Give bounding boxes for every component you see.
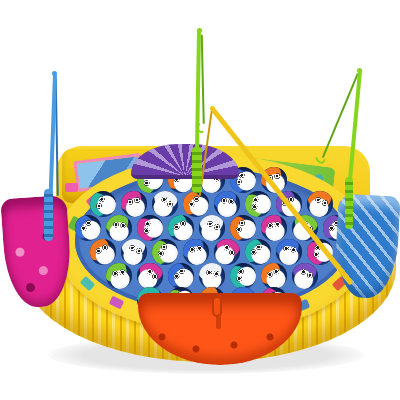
fish-piece[interactable] — [106, 263, 132, 289]
fish-hole[interactable] — [261, 215, 287, 241]
fish-hole[interactable] — [168, 263, 194, 289]
fish-hole[interactable] — [75, 215, 101, 241]
fish-piece[interactable] — [214, 239, 240, 265]
fish-hole[interactable] — [168, 215, 194, 241]
fish-piece[interactable] — [168, 263, 194, 289]
fish-hole[interactable] — [106, 263, 132, 289]
fish-hole[interactable] — [183, 191, 209, 217]
fish-piece[interactable] — [75, 215, 101, 241]
fish-piece[interactable] — [230, 263, 256, 289]
fish-piece[interactable] — [199, 215, 225, 241]
fish-piece[interactable] — [183, 191, 209, 217]
fish-hole[interactable] — [106, 215, 132, 241]
fish-hole[interactable] — [90, 239, 116, 265]
fish-piece[interactable] — [261, 263, 287, 289]
fish-piece[interactable] — [121, 239, 147, 265]
fish-hole[interactable] — [137, 215, 163, 241]
fish-hole[interactable] — [261, 263, 287, 289]
fishing-game-photo — [0, 0, 400, 400]
power-switch-pink[interactable] — [65, 183, 78, 192]
fish-hole[interactable] — [199, 215, 225, 241]
fish-piece[interactable] — [121, 191, 147, 217]
fish-piece[interactable] — [276, 239, 302, 265]
fish-hole[interactable] — [121, 191, 147, 217]
fish-hole[interactable] — [245, 239, 271, 265]
fish-piece[interactable] — [152, 191, 178, 217]
fish-hole[interactable] — [137, 263, 163, 289]
blue-rod-tip — [52, 71, 57, 76]
blue-rod-handle[interactable] — [44, 189, 53, 241]
fish-piece[interactable] — [152, 239, 178, 265]
fish-piece[interactable] — [307, 191, 333, 217]
green-right-rod-tip — [357, 68, 362, 73]
fish-piece[interactable] — [245, 191, 271, 217]
fish-hole[interactable] — [292, 263, 318, 289]
fish-hole[interactable] — [121, 239, 147, 265]
fish-hole[interactable] — [214, 191, 240, 217]
fish-hole[interactable] — [230, 263, 256, 289]
fish-piece[interactable] — [245, 239, 271, 265]
green-right-rod-handle[interactable] — [345, 177, 353, 229]
orange-tray-rod-holder — [212, 296, 222, 317]
green-center-rod-handle[interactable] — [192, 147, 202, 193]
green-center-rod-line — [201, 35, 204, 124]
fish-piece[interactable] — [137, 215, 163, 241]
green-center-rod-hook[interactable] — [196, 121, 207, 133]
fish-hole[interactable] — [214, 239, 240, 265]
fish-piece[interactable] — [214, 191, 240, 217]
fish-hole[interactable] — [245, 191, 271, 217]
fish-hole[interactable] — [307, 191, 333, 217]
fish-piece[interactable] — [137, 263, 163, 289]
fish-hole[interactable] — [276, 239, 302, 265]
yellow-rod-tip — [210, 106, 215, 111]
fish-piece[interactable] — [199, 263, 225, 289]
fish-piece[interactable] — [106, 215, 132, 241]
fish-piece[interactable] — [90, 191, 116, 217]
fish-hole[interactable] — [90, 191, 116, 217]
fish-piece[interactable] — [261, 215, 287, 241]
green-center-rod-tip — [197, 28, 202, 33]
fish-piece[interactable] — [292, 263, 318, 289]
fish-piece[interactable] — [230, 215, 256, 241]
fish-piece[interactable] — [168, 215, 194, 241]
fish-piece[interactable] — [90, 239, 116, 265]
fish-piece[interactable] — [183, 239, 209, 265]
fish-hole[interactable] — [152, 239, 178, 265]
fish-hole[interactable] — [199, 263, 225, 289]
fish-hole[interactable] — [230, 215, 256, 241]
fish-hole[interactable] — [183, 239, 209, 265]
fish-hole[interactable] — [152, 191, 178, 217]
